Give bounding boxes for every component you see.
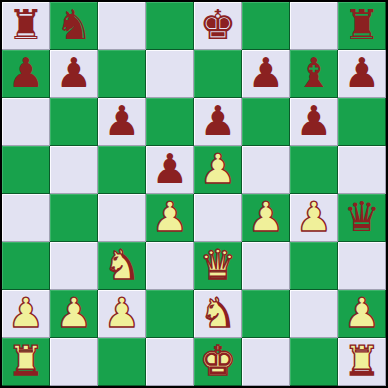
square-b6[interactable] bbox=[50, 98, 98, 146]
square-a6[interactable] bbox=[2, 98, 50, 146]
square-b2[interactable]: ♟ bbox=[50, 290, 98, 338]
square-b1[interactable] bbox=[50, 338, 98, 386]
square-h3[interactable] bbox=[338, 242, 386, 290]
square-f7[interactable]: ♟ bbox=[242, 50, 290, 98]
square-a2[interactable]: ♟ bbox=[2, 290, 50, 338]
square-f2[interactable] bbox=[242, 290, 290, 338]
piece-white-queen[interactable]: ♛ bbox=[200, 241, 237, 289]
square-f5[interactable] bbox=[242, 146, 290, 194]
piece-white-knight[interactable]: ♞ bbox=[104, 241, 141, 289]
square-d4[interactable]: ♟ bbox=[146, 194, 194, 242]
piece-white-pawn[interactable]: ♟ bbox=[296, 193, 333, 241]
square-c8[interactable] bbox=[98, 2, 146, 50]
square-g7[interactable]: ♝ bbox=[290, 50, 338, 98]
square-f8[interactable] bbox=[242, 2, 290, 50]
square-a5[interactable] bbox=[2, 146, 50, 194]
piece-black-bishop[interactable]: ♝ bbox=[296, 49, 333, 97]
square-a4[interactable] bbox=[2, 194, 50, 242]
square-c4[interactable] bbox=[98, 194, 146, 242]
square-f6[interactable] bbox=[242, 98, 290, 146]
square-g1[interactable] bbox=[290, 338, 338, 386]
piece-white-pawn[interactable]: ♟ bbox=[248, 193, 285, 241]
square-e4[interactable] bbox=[194, 194, 242, 242]
square-d6[interactable] bbox=[146, 98, 194, 146]
piece-white-pawn[interactable]: ♟ bbox=[8, 289, 45, 337]
piece-black-pawn[interactable]: ♟ bbox=[200, 97, 237, 145]
piece-white-rook[interactable]: ♜ bbox=[344, 337, 381, 385]
square-b5[interactable] bbox=[50, 146, 98, 194]
square-e2[interactable]: ♞ bbox=[194, 290, 242, 338]
square-b7[interactable]: ♟ bbox=[50, 50, 98, 98]
square-a8[interactable]: ♜ bbox=[2, 2, 50, 50]
square-b3[interactable] bbox=[50, 242, 98, 290]
square-h7[interactable]: ♟ bbox=[338, 50, 386, 98]
square-d2[interactable] bbox=[146, 290, 194, 338]
piece-white-rook[interactable]: ♜ bbox=[8, 337, 45, 385]
piece-white-pawn[interactable]: ♟ bbox=[56, 289, 93, 337]
square-h5[interactable] bbox=[338, 146, 386, 194]
square-h6[interactable] bbox=[338, 98, 386, 146]
square-g2[interactable] bbox=[290, 290, 338, 338]
piece-black-pawn[interactable]: ♟ bbox=[296, 97, 333, 145]
square-g6[interactable]: ♟ bbox=[290, 98, 338, 146]
piece-white-pawn[interactable]: ♟ bbox=[200, 145, 237, 193]
square-d1[interactable] bbox=[146, 338, 194, 386]
square-g5[interactable] bbox=[290, 146, 338, 194]
piece-black-pawn[interactable]: ♟ bbox=[8, 49, 45, 97]
square-c6[interactable]: ♟ bbox=[98, 98, 146, 146]
square-c2[interactable]: ♟ bbox=[98, 290, 146, 338]
square-h1[interactable]: ♜ bbox=[338, 338, 386, 386]
square-c3[interactable]: ♞ bbox=[98, 242, 146, 290]
piece-black-knight[interactable]: ♞ bbox=[56, 1, 93, 49]
square-b4[interactable] bbox=[50, 194, 98, 242]
square-e7[interactable] bbox=[194, 50, 242, 98]
square-g3[interactable] bbox=[290, 242, 338, 290]
piece-white-pawn[interactable]: ♟ bbox=[104, 289, 141, 337]
square-f3[interactable] bbox=[242, 242, 290, 290]
piece-white-pawn[interactable]: ♟ bbox=[344, 289, 381, 337]
square-c1[interactable] bbox=[98, 338, 146, 386]
piece-white-pawn[interactable]: ♟ bbox=[152, 193, 189, 241]
chess-board: ♜♞♚♜♟♟♟♝♟♟♟♟♟♟♟♟♟♛♞♛♟♟♟♞♟♜♚♜ bbox=[0, 0, 388, 388]
square-h8[interactable]: ♜ bbox=[338, 2, 386, 50]
piece-black-pawn[interactable]: ♟ bbox=[152, 145, 189, 193]
square-c7[interactable] bbox=[98, 50, 146, 98]
square-b8[interactable]: ♞ bbox=[50, 2, 98, 50]
piece-white-king[interactable]: ♚ bbox=[200, 337, 237, 385]
square-e8[interactable]: ♚ bbox=[194, 2, 242, 50]
piece-black-pawn[interactable]: ♟ bbox=[344, 49, 381, 97]
square-g4[interactable]: ♟ bbox=[290, 194, 338, 242]
square-d3[interactable] bbox=[146, 242, 194, 290]
square-e5[interactable]: ♟ bbox=[194, 146, 242, 194]
square-d7[interactable] bbox=[146, 50, 194, 98]
piece-black-queen[interactable]: ♛ bbox=[344, 193, 381, 241]
square-f4[interactable]: ♟ bbox=[242, 194, 290, 242]
square-e1[interactable]: ♚ bbox=[194, 338, 242, 386]
square-e3[interactable]: ♛ bbox=[194, 242, 242, 290]
piece-white-knight[interactable]: ♞ bbox=[200, 289, 237, 337]
piece-black-pawn[interactable]: ♟ bbox=[56, 49, 93, 97]
square-e6[interactable]: ♟ bbox=[194, 98, 242, 146]
piece-black-rook[interactable]: ♜ bbox=[8, 1, 45, 49]
square-c5[interactable] bbox=[98, 146, 146, 194]
piece-black-rook[interactable]: ♜ bbox=[344, 1, 381, 49]
square-h2[interactable]: ♟ bbox=[338, 290, 386, 338]
square-d8[interactable] bbox=[146, 2, 194, 50]
square-a1[interactable]: ♜ bbox=[2, 338, 50, 386]
square-f1[interactable] bbox=[242, 338, 290, 386]
piece-black-king[interactable]: ♚ bbox=[200, 1, 237, 49]
piece-black-pawn[interactable]: ♟ bbox=[248, 49, 285, 97]
square-a7[interactable]: ♟ bbox=[2, 50, 50, 98]
square-g8[interactable] bbox=[290, 2, 338, 50]
square-h4[interactable]: ♛ bbox=[338, 194, 386, 242]
square-a3[interactable] bbox=[2, 242, 50, 290]
square-d5[interactable]: ♟ bbox=[146, 146, 194, 194]
piece-black-pawn[interactable]: ♟ bbox=[104, 97, 141, 145]
